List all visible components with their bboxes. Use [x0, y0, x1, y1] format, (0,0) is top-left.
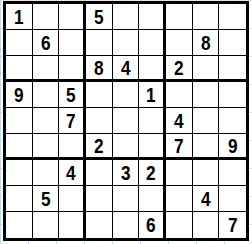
cell-r9c6: 6	[139, 212, 166, 238]
given-digit: 9	[228, 135, 238, 157]
cell-r7c8[interactable]	[193, 160, 220, 186]
given-digit: 2	[174, 57, 184, 79]
cell-r4c2[interactable]	[33, 82, 60, 108]
cell-r8c2: 5	[33, 186, 60, 212]
cell-r8c6[interactable]	[139, 186, 166, 212]
cell-r3c1[interactable]	[6, 56, 33, 82]
cell-r8c8: 4	[193, 186, 220, 212]
given-digit: 4	[121, 57, 131, 79]
cell-r6c3[interactable]	[59, 134, 86, 160]
given-digit: 1	[146, 84, 156, 106]
cell-r4c6: 1	[139, 82, 166, 108]
cell-r3c2[interactable]	[33, 56, 60, 82]
given-digit: 7	[174, 135, 184, 157]
cell-r9c4[interactable]	[86, 212, 113, 238]
cell-r5c9[interactable]	[219, 108, 246, 134]
cell-r6c4: 2	[86, 134, 113, 160]
cell-r3c7: 2	[166, 56, 193, 82]
cell-r1c6[interactable]	[139, 4, 166, 30]
cell-r9c5[interactable]	[113, 212, 140, 238]
cell-r5c5[interactable]	[113, 108, 140, 134]
cell-r2c1[interactable]	[6, 30, 33, 56]
given-digit: 2	[146, 162, 156, 184]
sudoku-board: 1568842951742794325467	[3, 1, 249, 241]
given-digit: 2	[94, 135, 104, 157]
cell-r2c4[interactable]	[86, 30, 113, 56]
given-digit: 6	[41, 32, 51, 54]
given-digit: 5	[94, 6, 104, 28]
cell-r8c4[interactable]	[86, 186, 113, 212]
cell-r6c1[interactable]	[6, 134, 33, 160]
cell-r7c3: 4	[59, 160, 86, 186]
cell-r4c8[interactable]	[193, 82, 220, 108]
cell-r6c9: 9	[219, 134, 246, 160]
cell-r3c4: 8	[86, 56, 113, 82]
cell-r7c1[interactable]	[6, 160, 33, 186]
given-digit: 7	[228, 214, 238, 236]
cell-r3c3[interactable]	[59, 56, 86, 82]
cell-r2c3[interactable]	[59, 30, 86, 56]
cell-r9c8[interactable]	[193, 212, 220, 238]
cell-r9c9: 7	[219, 212, 246, 238]
given-digit: 4	[201, 188, 211, 210]
sudoku-screen: 1568842951742794325467	[0, 0, 252, 244]
cell-r7c4[interactable]	[86, 160, 113, 186]
cell-r2c8: 8	[193, 30, 220, 56]
cell-r4c4[interactable]	[86, 82, 113, 108]
cell-r5c3: 7	[59, 108, 86, 134]
cell-r8c1[interactable]	[6, 186, 33, 212]
cell-r1c5[interactable]	[113, 4, 140, 30]
cell-r6c5[interactable]	[113, 134, 140, 160]
cell-r5c2[interactable]	[33, 108, 60, 134]
cell-r3c6[interactable]	[139, 56, 166, 82]
cell-r4c1: 9	[6, 82, 33, 108]
cell-r6c7: 7	[166, 134, 193, 160]
given-digit: 8	[94, 57, 104, 79]
given-digit: 4	[174, 110, 184, 132]
cell-r9c7[interactable]	[166, 212, 193, 238]
cell-r2c6[interactable]	[139, 30, 166, 56]
cell-r9c1[interactable]	[6, 212, 33, 238]
cell-r5c4[interactable]	[86, 108, 113, 134]
cell-r7c9[interactable]	[219, 160, 246, 186]
cell-r1c9[interactable]	[219, 4, 246, 30]
cell-r2c2: 6	[33, 30, 60, 56]
cell-r8c9[interactable]	[219, 186, 246, 212]
cell-r1c2[interactable]	[33, 4, 60, 30]
cell-r8c7[interactable]	[166, 186, 193, 212]
cell-r6c6[interactable]	[139, 134, 166, 160]
given-digit: 8	[201, 32, 211, 54]
cell-r6c2[interactable]	[33, 134, 60, 160]
given-digit: 5	[66, 84, 76, 106]
cell-r8c3[interactable]	[59, 186, 86, 212]
cell-r4c3: 5	[59, 82, 86, 108]
cell-r2c9[interactable]	[219, 30, 246, 56]
cell-r1c7[interactable]	[166, 4, 193, 30]
cell-r3c8[interactable]	[193, 56, 220, 82]
cell-r3c5: 4	[113, 56, 140, 82]
cell-r5c7: 4	[166, 108, 193, 134]
cell-r4c9[interactable]	[219, 82, 246, 108]
given-digit: 7	[66, 110, 76, 132]
cell-r9c3[interactable]	[59, 212, 86, 238]
cell-r1c8[interactable]	[193, 4, 220, 30]
given-digit: 4	[66, 162, 76, 184]
cell-r5c8[interactable]	[193, 108, 220, 134]
cell-r1c1: 1	[6, 4, 33, 30]
cell-r9c2[interactable]	[33, 212, 60, 238]
cell-r7c2[interactable]	[33, 160, 60, 186]
given-digit: 5	[41, 188, 51, 210]
cell-r7c6: 2	[139, 160, 166, 186]
given-digit: 9	[14, 84, 24, 106]
given-digit: 3	[121, 162, 131, 184]
cell-r1c3[interactable]	[59, 4, 86, 30]
cell-r8c5[interactable]	[113, 186, 140, 212]
cell-r5c1[interactable]	[6, 108, 33, 134]
cell-r4c5[interactable]	[113, 82, 140, 108]
cell-r4c7[interactable]	[166, 82, 193, 108]
given-digit: 6	[146, 214, 156, 236]
cell-r5c6[interactable]	[139, 108, 166, 134]
cell-r7c5: 3	[113, 160, 140, 186]
cell-r2c7[interactable]	[166, 30, 193, 56]
given-digit: 1	[14, 6, 24, 28]
cell-r1c4: 5	[86, 4, 113, 30]
cell-r7c7[interactable]	[166, 160, 193, 186]
cell-r6c8[interactable]	[193, 134, 220, 160]
cell-r2c5[interactable]	[113, 30, 140, 56]
cell-r3c9[interactable]	[219, 56, 246, 82]
